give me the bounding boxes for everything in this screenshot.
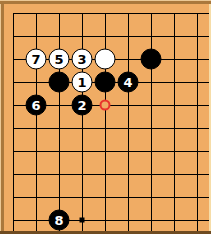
stone-black-move-8: 8 [49, 210, 70, 231]
stone-black [95, 72, 116, 93]
stone-black-move-2: 2 [72, 95, 93, 116]
stone-black [49, 72, 70, 93]
stone-black [141, 49, 162, 70]
stone-black-move-6: 6 [26, 95, 47, 116]
board-bevel-bottom-shadow [0, 231, 211, 234]
stone-white-move-7: 7 [26, 49, 47, 70]
board-bevel-right-highlight [209, 0, 211, 234]
star-point [80, 218, 85, 223]
board-bevel-top-shadow [0, 1, 211, 4]
board-bevel-left-shadow [1, 0, 4, 234]
stone-black-move-4: 4 [118, 72, 139, 93]
red-circle-marker [100, 100, 111, 111]
go-board-diagram: 75314628 [0, 0, 211, 234]
stone-white [95, 49, 116, 70]
stone-white-move-3: 3 [72, 49, 93, 70]
stone-white-move-5: 5 [49, 49, 70, 70]
stone-white-move-1: 1 [72, 72, 93, 93]
stones-layer: 75314628 [0, 0, 211, 234]
